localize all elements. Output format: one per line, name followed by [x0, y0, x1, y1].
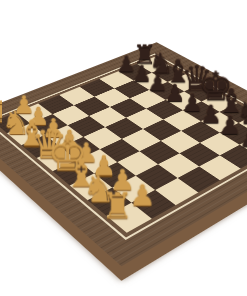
chessboard: ♜♞♝♛♚♝♞♜♟♟♟♟♟♟♟♟♟♟♟♟♟♟♟♟♜♞♝♛♚♝♞♜ [0, 42, 247, 266]
board-squares: ♜♞♝♛♚♝♞♜♟♟♟♟♟♟♟♟♟♟♟♟♟♟♟♟♜♞♝♛♚♝♞♜ [0, 57, 247, 233]
square-a3 [38, 95, 74, 114]
square-e1: ♚ [53, 160, 94, 185]
square-e4 [122, 129, 161, 151]
board-inlay-line: ♜♞♝♛♚♝♞♜♟♟♟♟♟♟♟♟♟♟♟♟♟♟♟♟♜♞♝♛♚♝♞♜ [0, 54, 247, 240]
product-photo: ♜♞♝♛♚♝♞♜♟♟♟♟♟♟♟♟♟♟♟♟♟♟♟♟♜♞♝♛♚♝♞♜ [0, 0, 247, 296]
board-frame: ♜♞♝♛♚♝♞♜♟♟♟♟♟♟♟♟♟♟♟♟♟♟♟♟♜♞♝♛♚♝♞♜ [0, 42, 247, 266]
board-scene: ♜♞♝♛♚♝♞♜♟♟♟♟♟♟♟♟♟♟♟♟♟♟♟♟♜♞♝♛♚♝♞♜ [4, 0, 247, 268]
black-bishop-icon: ♝ [216, 84, 242, 117]
white-rook-icon: ♜ [0, 97, 14, 127]
